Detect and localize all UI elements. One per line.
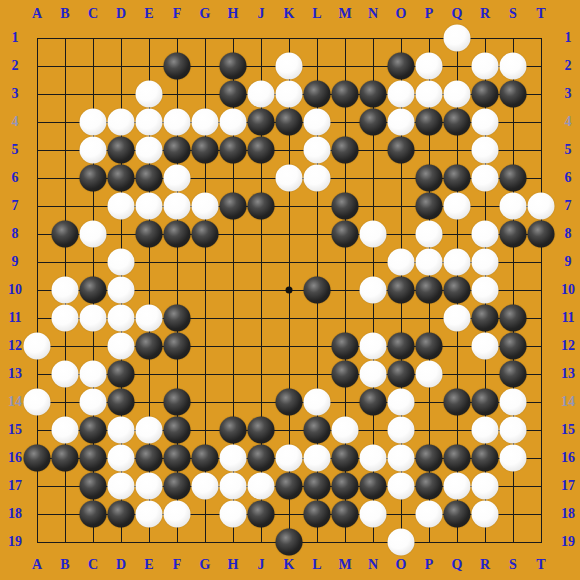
- black-stone-N17: [360, 473, 387, 500]
- white-stone-K3: [276, 81, 303, 108]
- black-stone-K4: [276, 109, 303, 136]
- black-stone-S13: [500, 361, 527, 388]
- row-label-left-13: 13: [8, 367, 22, 381]
- row-label-left-4: 4: [12, 115, 19, 129]
- white-stone-E5: [136, 137, 163, 164]
- white-stone-C5: [80, 137, 107, 164]
- black-stone-F2: [164, 53, 191, 80]
- white-stone-D15: [108, 417, 135, 444]
- white-stone-R5: [472, 137, 499, 164]
- black-stone-M17: [332, 473, 359, 500]
- white-stone-O19: [388, 529, 415, 556]
- col-label-top-T: T: [536, 7, 545, 21]
- black-stone-B8: [52, 221, 79, 248]
- white-stone-J17: [248, 473, 275, 500]
- black-stone-C10: [80, 277, 107, 304]
- black-stone-P17: [416, 473, 443, 500]
- black-stone-K17: [276, 473, 303, 500]
- black-stone-S12: [500, 333, 527, 360]
- black-stone-L18: [304, 501, 331, 528]
- row-label-left-3: 3: [12, 87, 19, 101]
- white-stone-S14: [500, 389, 527, 416]
- col-label-bottom-A: A: [32, 558, 42, 572]
- col-label-bottom-F: F: [173, 558, 182, 572]
- row-label-left-15: 15: [8, 423, 22, 437]
- white-stone-G7: [192, 193, 219, 220]
- white-stone-N16: [360, 445, 387, 472]
- row-label-left-11: 11: [8, 311, 21, 325]
- black-stone-O5: [388, 137, 415, 164]
- white-stone-R12: [472, 333, 499, 360]
- white-stone-C11: [80, 305, 107, 332]
- col-label-top-N: N: [368, 7, 378, 21]
- white-stone-D17: [108, 473, 135, 500]
- row-label-right-18: 18: [561, 507, 575, 521]
- white-stone-E4: [136, 109, 163, 136]
- black-stone-F8: [164, 221, 191, 248]
- row-label-left-7: 7: [12, 199, 19, 213]
- col-label-top-A: A: [32, 7, 42, 21]
- row-label-left-8: 8: [12, 227, 19, 241]
- col-label-top-S: S: [509, 7, 517, 21]
- col-label-bottom-T: T: [536, 558, 545, 572]
- white-stone-K6: [276, 165, 303, 192]
- white-stone-D12: [108, 333, 135, 360]
- white-stone-O14: [388, 389, 415, 416]
- white-stone-P13: [416, 361, 443, 388]
- col-label-top-H: H: [228, 7, 239, 21]
- white-stone-B15: [52, 417, 79, 444]
- black-stone-G8: [192, 221, 219, 248]
- white-stone-R15: [472, 417, 499, 444]
- white-stone-A12: [24, 333, 51, 360]
- black-stone-L17: [304, 473, 331, 500]
- black-stone-K19: [276, 529, 303, 556]
- black-stone-P4: [416, 109, 443, 136]
- col-label-bottom-M: M: [338, 558, 351, 572]
- white-stone-K16: [276, 445, 303, 472]
- row-label-right-17: 17: [561, 479, 575, 493]
- white-stone-C8: [80, 221, 107, 248]
- white-stone-E7: [136, 193, 163, 220]
- black-stone-D6: [108, 165, 135, 192]
- white-stone-Q3: [444, 81, 471, 108]
- black-stone-R3: [472, 81, 499, 108]
- white-stone-B11: [52, 305, 79, 332]
- col-label-top-G: G: [200, 7, 211, 21]
- black-stone-T8: [528, 221, 555, 248]
- black-stone-A16: [24, 445, 51, 472]
- black-stone-C18: [80, 501, 107, 528]
- white-stone-A14: [24, 389, 51, 416]
- white-stone-C13: [80, 361, 107, 388]
- col-label-top-F: F: [173, 7, 182, 21]
- black-stone-Q4: [444, 109, 471, 136]
- col-label-bottom-P: P: [425, 558, 434, 572]
- black-stone-P7: [416, 193, 443, 220]
- col-label-bottom-L: L: [312, 558, 321, 572]
- black-stone-Q10: [444, 277, 471, 304]
- black-stone-E16: [136, 445, 163, 472]
- col-label-bottom-Q: Q: [452, 558, 463, 572]
- white-stone-F4: [164, 109, 191, 136]
- black-stone-F11: [164, 305, 191, 332]
- black-stone-P16: [416, 445, 443, 472]
- black-stone-E6: [136, 165, 163, 192]
- black-stone-N3: [360, 81, 387, 108]
- row-label-right-16: 16: [561, 451, 575, 465]
- white-stone-L4: [304, 109, 331, 136]
- black-stone-L10: [304, 277, 331, 304]
- black-stone-O13: [388, 361, 415, 388]
- black-stone-H3: [220, 81, 247, 108]
- white-stone-B10: [52, 277, 79, 304]
- white-stone-M15: [332, 417, 359, 444]
- white-stone-E15: [136, 417, 163, 444]
- white-stone-F7: [164, 193, 191, 220]
- white-stone-F18: [164, 501, 191, 528]
- black-stone-F15: [164, 417, 191, 444]
- black-stone-S6: [500, 165, 527, 192]
- white-stone-O15: [388, 417, 415, 444]
- white-stone-S16: [500, 445, 527, 472]
- white-stone-Q7: [444, 193, 471, 220]
- white-stone-E17: [136, 473, 163, 500]
- row-label-left-9: 9: [12, 255, 19, 269]
- row-label-left-12: 12: [8, 339, 22, 353]
- row-label-right-2: 2: [565, 59, 572, 73]
- black-stone-F14: [164, 389, 191, 416]
- white-stone-Q17: [444, 473, 471, 500]
- white-stone-E11: [136, 305, 163, 332]
- white-stone-D4: [108, 109, 135, 136]
- black-stone-M3: [332, 81, 359, 108]
- black-stone-S8: [500, 221, 527, 248]
- black-stone-E8: [136, 221, 163, 248]
- col-label-bottom-H: H: [228, 558, 239, 572]
- black-stone-F5: [164, 137, 191, 164]
- white-stone-R17: [472, 473, 499, 500]
- col-label-bottom-N: N: [368, 558, 378, 572]
- white-stone-O17: [388, 473, 415, 500]
- white-stone-E3: [136, 81, 163, 108]
- white-stone-N10: [360, 277, 387, 304]
- col-label-bottom-B: B: [60, 558, 69, 572]
- col-label-top-K: K: [284, 7, 295, 21]
- col-label-bottom-O: O: [396, 558, 407, 572]
- row-label-right-3: 3: [565, 87, 572, 101]
- black-stone-G5: [192, 137, 219, 164]
- black-stone-J18: [248, 501, 275, 528]
- white-stone-Q11: [444, 305, 471, 332]
- black-stone-H5: [220, 137, 247, 164]
- col-label-top-L: L: [312, 7, 321, 21]
- white-stone-N18: [360, 501, 387, 528]
- black-stone-Q16: [444, 445, 471, 472]
- col-label-bottom-C: C: [88, 558, 98, 572]
- row-label-right-13: 13: [561, 367, 575, 381]
- white-stone-J3: [248, 81, 275, 108]
- white-stone-E18: [136, 501, 163, 528]
- row-label-left-5: 5: [12, 143, 19, 157]
- black-stone-S3: [500, 81, 527, 108]
- row-label-left-1: 1: [12, 31, 19, 45]
- white-stone-P8: [416, 221, 443, 248]
- black-stone-M7: [332, 193, 359, 220]
- row-label-left-17: 17: [8, 479, 22, 493]
- white-stone-F6: [164, 165, 191, 192]
- black-stone-P12: [416, 333, 443, 360]
- row-label-right-6: 6: [565, 171, 572, 185]
- black-stone-J4: [248, 109, 275, 136]
- white-stone-R6: [472, 165, 499, 192]
- black-stone-O10: [388, 277, 415, 304]
- black-stone-F16: [164, 445, 191, 472]
- col-label-bottom-R: R: [480, 558, 490, 572]
- black-stone-H2: [220, 53, 247, 80]
- row-label-left-18: 18: [8, 507, 22, 521]
- black-stone-K14: [276, 389, 303, 416]
- white-stone-D7: [108, 193, 135, 220]
- col-label-bottom-G: G: [200, 558, 211, 572]
- black-stone-H7: [220, 193, 247, 220]
- col-label-bottom-S: S: [509, 558, 517, 572]
- black-stone-C6: [80, 165, 107, 192]
- col-label-top-D: D: [116, 7, 126, 21]
- white-stone-B13: [52, 361, 79, 388]
- black-stone-B16: [52, 445, 79, 472]
- white-stone-D11: [108, 305, 135, 332]
- black-stone-S11: [500, 305, 527, 332]
- black-stone-Q18: [444, 501, 471, 528]
- white-stone-P3: [416, 81, 443, 108]
- white-stone-R8: [472, 221, 499, 248]
- row-label-right-9: 9: [565, 255, 572, 269]
- white-stone-N8: [360, 221, 387, 248]
- white-stone-L14: [304, 389, 331, 416]
- black-stone-M5: [332, 137, 359, 164]
- white-stone-R4: [472, 109, 499, 136]
- black-stone-O12: [388, 333, 415, 360]
- row-label-right-15: 15: [561, 423, 575, 437]
- white-stone-P18: [416, 501, 443, 528]
- black-stone-J16: [248, 445, 275, 472]
- white-stone-C14: [80, 389, 107, 416]
- row-label-right-4: 4: [565, 115, 572, 129]
- go-board-window: AABBCCDDEEFFGGHHJJKKLLMMNNOOPPQQRRSSTT11…: [0, 0, 580, 580]
- white-stone-P9: [416, 249, 443, 276]
- row-label-right-5: 5: [565, 143, 572, 157]
- row-label-left-19: 19: [8, 535, 22, 549]
- col-label-bottom-D: D: [116, 558, 126, 572]
- row-label-right-8: 8: [565, 227, 572, 241]
- col-label-bottom-E: E: [144, 558, 153, 572]
- black-stone-P10: [416, 277, 443, 304]
- white-stone-H16: [220, 445, 247, 472]
- white-stone-S15: [500, 417, 527, 444]
- black-stone-R14: [472, 389, 499, 416]
- white-stone-O9: [388, 249, 415, 276]
- black-stone-D5: [108, 137, 135, 164]
- row-label-left-2: 2: [12, 59, 19, 73]
- black-stone-F17: [164, 473, 191, 500]
- black-stone-E12: [136, 333, 163, 360]
- black-stone-J15: [248, 417, 275, 444]
- white-stone-L16: [304, 445, 331, 472]
- col-label-top-M: M: [338, 7, 351, 21]
- black-stone-H15: [220, 417, 247, 444]
- col-label-top-B: B: [60, 7, 69, 21]
- row-label-right-7: 7: [565, 199, 572, 213]
- black-stone-D13: [108, 361, 135, 388]
- row-label-right-10: 10: [561, 283, 575, 297]
- white-stone-R2: [472, 53, 499, 80]
- black-stone-F12: [164, 333, 191, 360]
- white-stone-D10: [108, 277, 135, 304]
- col-label-top-R: R: [480, 7, 490, 21]
- white-stone-H18: [220, 501, 247, 528]
- black-stone-L3: [304, 81, 331, 108]
- col-label-top-E: E: [144, 7, 153, 21]
- white-stone-P2: [416, 53, 443, 80]
- black-stone-O2: [388, 53, 415, 80]
- black-stone-L15: [304, 417, 331, 444]
- black-stone-C17: [80, 473, 107, 500]
- row-label-left-10: 10: [8, 283, 22, 297]
- white-stone-L6: [304, 165, 331, 192]
- black-stone-G16: [192, 445, 219, 472]
- white-stone-S2: [500, 53, 527, 80]
- black-stone-D18: [108, 501, 135, 528]
- black-stone-P6: [416, 165, 443, 192]
- row-label-right-19: 19: [561, 535, 575, 549]
- white-stone-R9: [472, 249, 499, 276]
- row-label-left-14: 14: [8, 395, 22, 409]
- col-label-top-P: P: [425, 7, 434, 21]
- black-stone-C16: [80, 445, 107, 472]
- white-stone-H4: [220, 109, 247, 136]
- black-stone-M18: [332, 501, 359, 528]
- white-stone-O4: [388, 109, 415, 136]
- row-label-left-6: 6: [12, 171, 19, 185]
- white-stone-H17: [220, 473, 247, 500]
- black-stone-M8: [332, 221, 359, 248]
- black-stone-C15: [80, 417, 107, 444]
- white-stone-L5: [304, 137, 331, 164]
- row-label-right-11: 11: [561, 311, 574, 325]
- white-stone-K2: [276, 53, 303, 80]
- star-point-K10: [286, 287, 293, 294]
- row-label-left-16: 16: [8, 451, 22, 465]
- black-stone-J7: [248, 193, 275, 220]
- col-label-top-Q: Q: [452, 7, 463, 21]
- white-stone-N12: [360, 333, 387, 360]
- black-stone-Q14: [444, 389, 471, 416]
- col-label-top-C: C: [88, 7, 98, 21]
- white-stone-D9: [108, 249, 135, 276]
- white-stone-Q1: [444, 25, 471, 52]
- white-stone-S7: [500, 193, 527, 220]
- black-stone-M13: [332, 361, 359, 388]
- white-stone-C4: [80, 109, 107, 136]
- white-stone-T7: [528, 193, 555, 220]
- white-stone-R18: [472, 501, 499, 528]
- white-stone-N13: [360, 361, 387, 388]
- white-stone-R10: [472, 277, 499, 304]
- black-stone-M12: [332, 333, 359, 360]
- col-label-top-J: J: [258, 7, 265, 21]
- black-stone-M16: [332, 445, 359, 472]
- black-stone-N4: [360, 109, 387, 136]
- col-label-bottom-K: K: [284, 558, 295, 572]
- black-stone-Q6: [444, 165, 471, 192]
- white-stone-O3: [388, 81, 415, 108]
- col-label-bottom-J: J: [258, 558, 265, 572]
- row-label-right-14: 14: [561, 395, 575, 409]
- col-label-top-O: O: [396, 7, 407, 21]
- white-stone-Q9: [444, 249, 471, 276]
- white-stone-D16: [108, 445, 135, 472]
- black-stone-D14: [108, 389, 135, 416]
- black-stone-R11: [472, 305, 499, 332]
- white-stone-O16: [388, 445, 415, 472]
- white-stone-G17: [192, 473, 219, 500]
- white-stone-G4: [192, 109, 219, 136]
- row-label-right-1: 1: [565, 31, 572, 45]
- black-stone-R16: [472, 445, 499, 472]
- black-stone-J5: [248, 137, 275, 164]
- row-label-right-12: 12: [561, 339, 575, 353]
- black-stone-N14: [360, 389, 387, 416]
